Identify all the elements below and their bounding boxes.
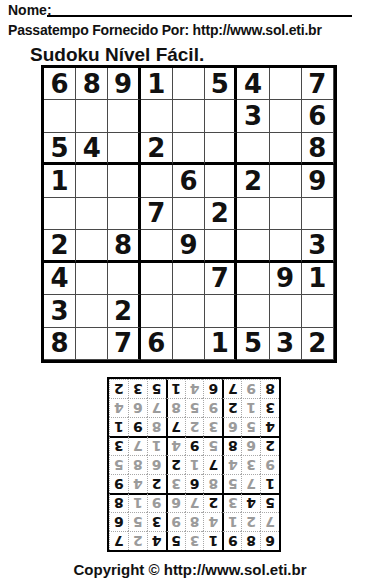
sudoku-cell[interactable] [173, 133, 205, 165]
solution-cell: 7 [128, 436, 147, 455]
solution-cell: 7 [241, 474, 260, 493]
solution-cell: 5 [166, 531, 185, 550]
sudoku-cell[interactable] [205, 230, 237, 262]
sudoku-cell[interactable] [141, 100, 173, 132]
solution-cell: 8 [147, 417, 166, 436]
solution-cell: 2 [185, 417, 204, 436]
solution-cell: 1 [203, 531, 222, 550]
sudoku-cell[interactable]: 9 [302, 165, 334, 197]
sudoku-cell[interactable] [302, 295, 334, 327]
solution-cell: 9 [260, 455, 279, 474]
solution-cell: 1 [222, 512, 241, 531]
solution-cell: 4 [166, 436, 185, 455]
sudoku-cell[interactable]: 1 [302, 263, 334, 295]
sudoku-cell[interactable]: 3 [44, 295, 76, 327]
solution-cell: 9 [166, 512, 185, 531]
solution-cell: 1 [147, 436, 166, 455]
solution-cell: 7 [147, 398, 166, 417]
solution-cell: 3 [109, 436, 128, 455]
solution-cell: 3 [222, 493, 241, 512]
solution-cell: 4 [260, 417, 279, 436]
sudoku-cell[interactable] [44, 100, 76, 132]
sudoku-cell[interactable]: 1 [141, 68, 173, 100]
sudoku-cell[interactable]: 1 [44, 165, 76, 197]
solution-cell: 3 [260, 398, 279, 417]
page-title: Sudoku Nível Fácil. [30, 44, 204, 66]
sudoku-cell[interactable]: 3 [270, 328, 302, 360]
sudoku-cell[interactable]: 9 [173, 230, 205, 262]
solution-cell: 5 [147, 379, 166, 398]
solution-cell: 7 [260, 512, 279, 531]
solution-cell: 4 [147, 531, 166, 550]
solution-cell: 4 [109, 398, 128, 417]
sudoku-cell[interactable] [173, 198, 205, 230]
sudoku-cell[interactable] [76, 295, 108, 327]
sudoku-cell[interactable]: 6 [173, 165, 205, 197]
sudoku-cell[interactable]: 2 [141, 133, 173, 165]
solution-cell: 9 [241, 379, 260, 398]
sudoku-cell[interactable]: 6 [141, 328, 173, 360]
sudoku-cell[interactable] [141, 263, 173, 295]
sudoku-cell[interactable]: 3 [302, 230, 334, 262]
sudoku-cell[interactable]: 2 [205, 198, 237, 230]
sudoku-cell[interactable] [270, 295, 302, 327]
worksheet-page: Nome: Passatempo Fornecido Por: http://w… [0, 0, 380, 585]
sudoku-cell[interactable] [270, 133, 302, 165]
name-underline [47, 15, 352, 17]
sudoku-cell[interactable] [76, 100, 108, 132]
solution-cell: 5 [203, 436, 222, 455]
sudoku-cell[interactable]: 2 [237, 165, 269, 197]
sudoku-cell[interactable] [270, 165, 302, 197]
solution-cell: 9 [128, 417, 147, 436]
solution-cell: 2 [166, 455, 185, 474]
sudoku-cell[interactable] [270, 230, 302, 262]
sudoku-cell[interactable]: 7 [141, 198, 173, 230]
solution-cell: 1 [166, 379, 185, 398]
sudoku-cell[interactable] [270, 68, 302, 100]
provider-line: Passatempo Fornecido Por: http://www.sol… [8, 22, 322, 38]
solution-cell: 2 [203, 493, 222, 512]
sudoku-cell[interactable]: 5 [44, 133, 76, 165]
solution-cell: 1 [109, 417, 128, 436]
sudoku-solution-grid: 6891354277214893565432769181758632499347… [107, 377, 281, 552]
solution-cell: 6 [260, 531, 279, 550]
sudoku-cell[interactable]: 4 [44, 263, 76, 295]
sudoku-cell[interactable] [141, 295, 173, 327]
sudoku-cell[interactable] [237, 198, 269, 230]
solution-cell: 3 [203, 417, 222, 436]
sudoku-cell[interactable] [76, 165, 108, 197]
solution-cell: 1 [185, 455, 204, 474]
solution-cell: 2 [109, 379, 128, 398]
solution-cell: 3 [185, 531, 204, 550]
solution-cell: 4 [185, 379, 204, 398]
solution-cell: 2 [147, 474, 166, 493]
sudoku-cell[interactable] [173, 295, 205, 327]
solution-cell: 7 [166, 417, 185, 436]
solution-cell: 6 [241, 436, 260, 455]
solution-cell: 2 [241, 512, 260, 531]
solution-cell: 8 [166, 398, 185, 417]
sudoku-cell[interactable]: 5 [237, 328, 269, 360]
solution-cell: 2 [128, 531, 147, 550]
solution-cell: 8 [260, 379, 279, 398]
solution-cell: 5 [185, 398, 204, 417]
sudoku-cell[interactable] [173, 328, 205, 360]
solution-cell: 7 [222, 379, 241, 398]
sudoku-cell[interactable]: 7 [205, 263, 237, 295]
sudoku-cell[interactable] [76, 328, 108, 360]
sudoku-cell[interactable] [270, 198, 302, 230]
sudoku-cell[interactable] [205, 165, 237, 197]
sudoku-cell[interactable]: 6 [302, 100, 334, 132]
solution-cell: 7 [109, 531, 128, 550]
solution-cell: 4 [128, 474, 147, 493]
solution-cell: 1 [241, 398, 260, 417]
solution-cell: 1 [260, 474, 279, 493]
solution-cell: 3 [128, 379, 147, 398]
sudoku-cell[interactable] [108, 100, 140, 132]
sudoku-cell[interactable]: 8 [44, 328, 76, 360]
solution-cell: 5 [109, 455, 128, 474]
sudoku-cell[interactable]: 7 [108, 328, 140, 360]
solution-cell: 3 [147, 512, 166, 531]
solution-cell: 8 [128, 455, 147, 474]
sudoku-cell[interactable] [108, 198, 140, 230]
solution-cell: 8 [185, 512, 204, 531]
sudoku-cell[interactable]: 8 [108, 230, 140, 262]
sudoku-puzzle-grid: 689154736542816297228934791328761532 [41, 65, 337, 363]
solution-cell: 6 [222, 417, 241, 436]
solution-cell: 8 [109, 493, 128, 512]
sudoku-cell[interactable]: 4 [76, 133, 108, 165]
sudoku-cell[interactable] [44, 198, 76, 230]
solution-cell: 9 [185, 436, 204, 455]
solution-cell: 6 [185, 474, 204, 493]
sudoku-cell[interactable]: 1 [205, 328, 237, 360]
sudoku-cell[interactable] [108, 165, 140, 197]
solution-cell: 5 [222, 474, 241, 493]
solution-cell: 1 [128, 493, 147, 512]
solution-cell: 7 [185, 493, 204, 512]
solution-cell: 8 [241, 531, 260, 550]
solution-cell: 9 [109, 474, 128, 493]
sudoku-cell[interactable]: 4 [237, 68, 269, 100]
solution-cell: 2 [222, 398, 241, 417]
sudoku-cell[interactable]: 2 [302, 328, 334, 360]
solution-cell: 6 [166, 493, 185, 512]
solution-cell: 3 [241, 455, 260, 474]
sudoku-cell[interactable] [173, 100, 205, 132]
solution-cell: 8 [203, 474, 222, 493]
solution-cell: 4 [241, 493, 260, 512]
solution-cell: 7 [203, 455, 222, 474]
sudoku-cell[interactable] [205, 100, 237, 132]
sudoku-cell[interactable]: 5 [205, 68, 237, 100]
sudoku-cell[interactable] [76, 230, 108, 262]
solution-cell: 5 [260, 493, 279, 512]
sudoku-cell[interactable] [76, 263, 108, 295]
solution-cell: 4 [203, 512, 222, 531]
sudoku-cell[interactable]: 2 [44, 230, 76, 262]
name-label: Nome: [8, 2, 52, 18]
copyright-line: Copyright © http://www.sol.eti.br [0, 561, 380, 578]
sudoku-cell[interactable] [108, 133, 140, 165]
solution-cell: 9 [222, 531, 241, 550]
sudoku-cell[interactable] [205, 295, 237, 327]
solution-cell: 5 [128, 512, 147, 531]
solution-cell: 3 [166, 474, 185, 493]
sudoku-cell[interactable] [237, 263, 269, 295]
solution-cell: 6 [203, 379, 222, 398]
solution-cell: 5 [241, 417, 260, 436]
solution-cell: 4 [222, 455, 241, 474]
sudoku-cell[interactable]: 9 [108, 68, 140, 100]
sudoku-cell[interactable] [237, 230, 269, 262]
sudoku-cell[interactable]: 3 [237, 100, 269, 132]
solution-cell: 6 [128, 398, 147, 417]
solution-cell: 6 [109, 512, 128, 531]
sudoku-cell[interactable]: 9 [270, 263, 302, 295]
solution-cell: 9 [203, 398, 222, 417]
sudoku-cell[interactable]: 8 [302, 133, 334, 165]
sudoku-cell[interactable] [302, 198, 334, 230]
sudoku-cell[interactable] [173, 263, 205, 295]
sudoku-cell[interactable] [270, 100, 302, 132]
sudoku-cell[interactable] [205, 133, 237, 165]
sudoku-cell[interactable] [76, 198, 108, 230]
sudoku-cell[interactable]: 6 [44, 68, 76, 100]
solution-cell: 8 [222, 436, 241, 455]
solution-cell: 2 [260, 436, 279, 455]
solution-cell: 6 [147, 455, 166, 474]
solution-cell: 9 [147, 493, 166, 512]
sudoku-cell[interactable]: 2 [108, 295, 140, 327]
sudoku-cell[interactable] [141, 230, 173, 262]
sudoku-cell[interactable] [173, 68, 205, 100]
sudoku-cell[interactable] [108, 263, 140, 295]
sudoku-cell[interactable]: 8 [76, 68, 108, 100]
sudoku-cell[interactable]: 7 [302, 68, 334, 100]
sudoku-cell[interactable] [237, 295, 269, 327]
sudoku-cell[interactable] [237, 133, 269, 165]
sudoku-cell[interactable] [141, 165, 173, 197]
